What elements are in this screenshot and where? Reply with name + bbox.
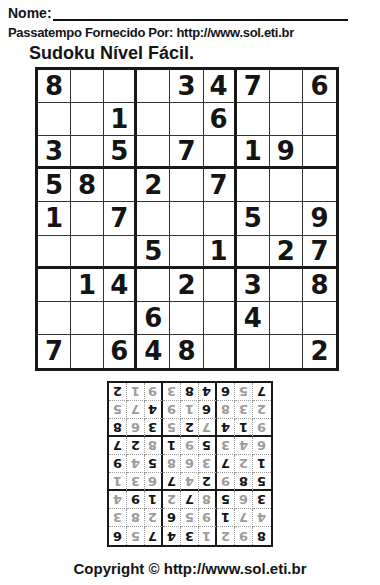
solution-cell-r7c7: 5	[217, 491, 235, 509]
solution-cell-r6c3: 6	[145, 473, 163, 491]
sudoku-cell-r6c1	[38, 236, 71, 269]
sudoku-cell-r6c8: 2	[270, 236, 303, 269]
sudoku-cell-r4c9	[303, 169, 336, 202]
solution-cell-r1c4: 3	[163, 383, 181, 401]
solution-cell-r5c1: 9	[109, 455, 127, 473]
sudoku-cell-r7c8	[270, 269, 303, 302]
sudoku-cell-r5c3: 7	[104, 202, 137, 235]
sudoku-cell-r4c6: 7	[204, 169, 237, 202]
sudoku-cell-r1c1: 8	[38, 70, 71, 103]
sudoku-cell-r8c6	[204, 302, 237, 335]
sudoku-cell-r6c2	[71, 236, 104, 269]
solution-cell-r4c9: 6	[253, 437, 271, 455]
sudoku-cell-r7c2: 1	[71, 269, 104, 302]
solution-cell-r2c5: 1	[181, 401, 199, 419]
solution-cell-r3c4: 5	[163, 419, 181, 437]
solution-cell-r5c6: 3	[199, 455, 217, 473]
solution-cell-r4c6: 5	[199, 437, 217, 455]
sudoku-cell-r5c1: 1	[38, 202, 71, 235]
solution-cell-r8c1: 3	[109, 509, 127, 527]
sudoku-cell-r6c5	[170, 236, 203, 269]
sudoku-cell-r1c5: 3	[170, 70, 203, 103]
solution-cell-r1c8: 5	[235, 383, 253, 401]
sudoku-cell-r7c1	[38, 269, 71, 302]
sudoku-cell-r3c3: 5	[104, 136, 137, 169]
solution-cell-r3c5: 2	[181, 419, 199, 437]
solution-cell-r9c7: 2	[217, 527, 235, 545]
sudoku-cell-r3c5: 7	[170, 136, 203, 169]
solution-cell-r3c6: 7	[199, 419, 217, 437]
sudoku-cell-r3c4	[137, 136, 170, 169]
solution-cell-r1c5: 8	[181, 383, 199, 401]
sudoku-cell-r9c2	[71, 335, 104, 368]
sudoku-cell-r7c9: 8	[303, 269, 336, 302]
sudoku-cell-r4c4: 2	[137, 169, 170, 202]
sudoku-cell-r8c1	[38, 302, 71, 335]
sudoku-cell-r7c3: 4	[104, 269, 137, 302]
solution-cell-r8c4: 6	[163, 509, 181, 527]
sudoku-cell-r8c9	[303, 302, 336, 335]
sudoku-cell-r1c2	[71, 70, 104, 103]
solution-cell-r5c9: 1	[253, 455, 271, 473]
sudoku-cell-r5c4	[137, 202, 170, 235]
solution-cell-r4c1: 7	[109, 437, 127, 455]
sudoku-cell-r7c6	[204, 269, 237, 302]
solution-cell-r1c3: 9	[145, 383, 163, 401]
solution-cell-r2c6: 6	[199, 401, 217, 419]
sudoku-cell-r4c2: 8	[71, 169, 104, 202]
solution-cell-r5c4: 8	[163, 455, 181, 473]
solution-cell-r7c1: 4	[109, 491, 127, 509]
name-line: Nome:	[8, 4, 348, 21]
sudoku-cell-r3c9	[303, 136, 336, 169]
solution-cell-r8c6: 9	[199, 509, 217, 527]
sudoku-cell-r6c7	[237, 236, 270, 269]
page-title: Sudoku Nível Fácil.	[29, 43, 372, 64]
solution-cell-r6c9: 5	[253, 473, 271, 491]
solution-cell-r7c2: 9	[127, 491, 145, 509]
solution-cell-r9c9: 8	[253, 527, 271, 545]
solution-cell-r3c8: 1	[235, 419, 253, 437]
solution-cell-r2c4: 9	[163, 401, 181, 419]
sudoku-cell-r5c5	[170, 202, 203, 235]
solution-cell-r7c4: 2	[163, 491, 181, 509]
sudoku-board: 834761635719582717595127142386476482	[35, 67, 339, 371]
solution-cell-r6c7: 9	[217, 473, 235, 491]
sudoku-cell-r6c3	[104, 236, 137, 269]
sudoku-cell-r4c1: 5	[38, 169, 71, 202]
sudoku-cell-r9c1: 7	[38, 335, 71, 368]
sudoku-cell-r1c9: 6	[303, 70, 336, 103]
sudoku-cell-r8c2	[71, 302, 104, 335]
sudoku-cell-r2c6: 6	[204, 103, 237, 136]
sudoku-cell-r3c7: 1	[237, 136, 270, 169]
solution-cell-r5c3: 5	[145, 455, 163, 473]
sudoku-cell-r1c7: 7	[237, 70, 270, 103]
sudoku-cell-r7c5: 2	[170, 269, 203, 302]
solution-cell-r1c1: 2	[109, 383, 127, 401]
solution-cell-r7c5: 7	[181, 491, 199, 509]
sudoku-cell-r7c4	[137, 269, 170, 302]
solution-cell-r2c9: 2	[253, 401, 271, 419]
sudoku-cell-r3c1: 3	[38, 136, 71, 169]
sudoku-cell-r9c7	[237, 335, 270, 368]
solution-cell-r8c3: 2	[145, 509, 163, 527]
sudoku-cell-r3c8: 9	[270, 136, 303, 169]
solution-cell-r7c6: 8	[199, 491, 217, 509]
solution-cell-r9c8: 9	[235, 527, 253, 545]
solution-cell-r7c8: 6	[235, 491, 253, 509]
solution-cell-r6c1: 1	[109, 473, 127, 491]
solution-cell-r7c3: 1	[145, 491, 163, 509]
sudoku-cell-r1c4	[137, 70, 170, 103]
provided-by-text: Passatempo Fornecido Por: http://www.sol…	[8, 25, 372, 41]
solution-cell-r4c8: 4	[235, 437, 253, 455]
sudoku-cell-r6c9: 7	[303, 236, 336, 269]
sudoku-cell-r1c8	[270, 70, 303, 103]
solution-cell-r4c3: 8	[145, 437, 163, 455]
sudoku-cell-r1c6: 4	[204, 70, 237, 103]
sudoku-cell-r9c8	[270, 335, 303, 368]
solution-cell-r8c9: 4	[253, 509, 271, 527]
sudoku-cell-r5c8	[270, 202, 303, 235]
solution-cell-r6c8: 8	[235, 473, 253, 491]
sudoku-cell-r9c3: 6	[104, 335, 137, 368]
sudoku-cell-r5c6	[204, 202, 237, 235]
sudoku-cell-r1c3	[104, 70, 137, 103]
sudoku-cell-r3c2	[71, 136, 104, 169]
solution-cell-r1c7: 6	[217, 383, 235, 401]
sudoku-cell-r5c9: 9	[303, 202, 336, 235]
sudoku-cell-r9c5: 8	[170, 335, 203, 368]
sudoku-cell-r5c7: 5	[237, 202, 270, 235]
solution-cell-r2c3: 4	[145, 401, 163, 419]
sudoku-cell-r7c7: 3	[237, 269, 270, 302]
solution-cell-r8c7: 1	[217, 509, 235, 527]
sudoku-cell-r4c8	[270, 169, 303, 202]
sudoku-cell-r2c3: 1	[104, 103, 137, 136]
solution-cell-r5c7: 7	[217, 455, 235, 473]
solution-cell-r4c5: 9	[181, 437, 199, 455]
sudoku-cell-r4c7	[237, 169, 270, 202]
solution-cell-r5c8: 2	[235, 455, 253, 473]
solution-cell-r3c3: 3	[145, 419, 163, 437]
solution-cell-r3c1: 8	[109, 419, 127, 437]
sudoku-cell-r5c2	[71, 202, 104, 235]
solution-board: 2193846575749168328635274197281953469458…	[107, 381, 273, 547]
solution-cell-r6c6: 2	[199, 473, 217, 491]
sudoku-cell-r9c6	[204, 335, 237, 368]
sudoku-cell-r8c7: 4	[237, 302, 270, 335]
sudoku-cell-r9c9: 2	[303, 335, 336, 368]
solution-cell-r3c9: 9	[253, 419, 271, 437]
solution-cell-r4c7: 3	[217, 437, 235, 455]
solution-cell-r6c2: 3	[127, 473, 145, 491]
solution-cell-r4c4: 1	[163, 437, 181, 455]
sudoku-cell-r2c7	[237, 103, 270, 136]
solution-cell-r4c2: 2	[127, 437, 145, 455]
solution-cell-r2c1: 5	[109, 401, 127, 419]
solution-cell-r2c7: 8	[217, 401, 235, 419]
solution-cell-r9c3: 7	[145, 527, 163, 545]
sudoku-cell-r8c5	[170, 302, 203, 335]
solution-cell-r6c4: 7	[163, 473, 181, 491]
sudoku-cell-r8c3	[104, 302, 137, 335]
sudoku-cell-r8c8	[270, 302, 303, 335]
sudoku-cell-r6c6: 1	[204, 236, 237, 269]
sudoku-cell-r2c1	[38, 103, 71, 136]
solution-cell-r5c5: 6	[181, 455, 199, 473]
solution-cell-r1c6: 4	[199, 383, 217, 401]
solution-cell-r8c2: 8	[127, 509, 145, 527]
solution-cell-r3c2: 6	[127, 419, 145, 437]
solution-cell-r1c9: 7	[253, 383, 271, 401]
sudoku-cell-r6c4: 5	[137, 236, 170, 269]
sudoku-cell-r2c5	[170, 103, 203, 136]
sudoku-cell-r2c8	[270, 103, 303, 136]
sudoku-cell-r2c4	[137, 103, 170, 136]
sudoku-cell-r8c4: 6	[137, 302, 170, 335]
sudoku-cell-r2c2	[71, 103, 104, 136]
sudoku-cell-r4c5	[170, 169, 203, 202]
sudoku-cell-r2c9	[303, 103, 336, 136]
solution-cell-r2c2: 7	[127, 401, 145, 419]
sudoku-cell-r9c4: 4	[137, 335, 170, 368]
solution-cell-r7c9: 3	[253, 491, 271, 509]
solution-cell-r9c4: 4	[163, 527, 181, 545]
solution-cell-r8c8: 7	[235, 509, 253, 527]
solution-cell-r8c5: 5	[181, 509, 199, 527]
solution-cell-r1c2: 1	[127, 383, 145, 401]
worksheet-page: Nome: Passatempo Fornecido Por: http://w…	[0, 0, 380, 585]
sudoku-cell-r4c3	[104, 169, 137, 202]
solution-cell-r9c5: 3	[181, 527, 199, 545]
solution-cell-r2c8: 3	[235, 401, 253, 419]
sudoku-cell-r3c6	[204, 136, 237, 169]
solution-cell-r9c6: 1	[199, 527, 217, 545]
name-label: Nome:	[8, 5, 52, 21]
solution-cell-r5c2: 4	[127, 455, 145, 473]
solution-cell-r9c1: 6	[109, 527, 127, 545]
solution-cell-r9c2: 5	[127, 527, 145, 545]
solution-cell-r3c7: 4	[217, 419, 235, 437]
name-underline	[53, 4, 348, 21]
copyright-text: Copyright © http://www.sol.eti.br	[8, 560, 372, 577]
solution-cell-r6c5: 4	[181, 473, 199, 491]
